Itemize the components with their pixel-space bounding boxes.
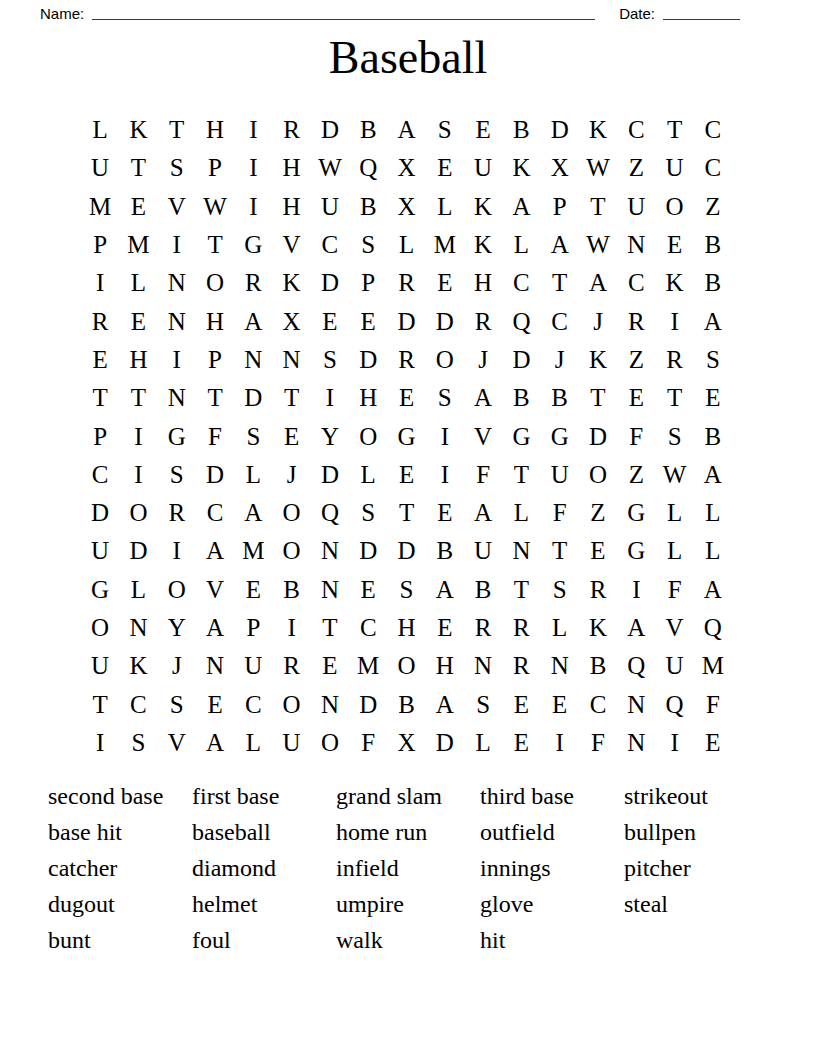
grid-cell: I [272, 609, 310, 647]
grid-cell: R [387, 264, 425, 302]
word-list-column-3: grand slamhome runinfieldumpirewalk [336, 778, 480, 958]
grid-cell: A [694, 571, 732, 609]
grid-cell: K [119, 111, 157, 149]
word-item: base hit [48, 814, 192, 850]
grid-cell: C [694, 149, 732, 187]
grid-cell: C [617, 111, 655, 149]
grid-cell: E [272, 417, 310, 455]
word-item: foul [192, 922, 336, 958]
grid-cell: P [81, 226, 119, 264]
grid-cell: Q [655, 685, 693, 723]
grid-cell: F [694, 685, 732, 723]
word-list-column-5: strikeoutbullpenpitchersteal [624, 778, 768, 958]
grid-cell: O [387, 647, 425, 685]
grid-cell: O [119, 494, 157, 532]
grid-cell: D [196, 456, 234, 494]
grid-cell: S [119, 724, 157, 762]
grid-cell: A [387, 111, 425, 149]
grid-cell: B [694, 226, 732, 264]
grid-cell: S [349, 226, 387, 264]
grid-cell: F [541, 494, 579, 532]
grid-cell: U [81, 647, 119, 685]
grid-cell: T [119, 149, 157, 187]
grid-cell: K [119, 647, 157, 685]
grid-cell: I [617, 571, 655, 609]
word-item: first base [192, 778, 336, 814]
word-list-column-2: first basebaseballdiamondhelmetfoul [192, 778, 336, 958]
grid-cell: O [426, 341, 464, 379]
grid-cell: L [119, 571, 157, 609]
grid-cell: R [234, 264, 272, 302]
grid-cell: E [426, 264, 464, 302]
grid-cell: R [387, 341, 425, 379]
grid-cell: A [196, 724, 234, 762]
grid-cell: E [655, 226, 693, 264]
grid-cell: U [617, 188, 655, 226]
grid-cell: A [426, 571, 464, 609]
grid-cell: K [464, 226, 502, 264]
grid-cell: I [234, 111, 272, 149]
grid-cell: U [81, 149, 119, 187]
grid-cell: S [541, 571, 579, 609]
grid-cell: N [158, 302, 196, 340]
name-blank-line [92, 5, 595, 20]
grid-cell: V [272, 226, 310, 264]
grid-cell: N [311, 685, 349, 723]
grid-cell: E [119, 188, 157, 226]
grid-cell: I [158, 226, 196, 264]
grid-cell: O [272, 532, 310, 570]
grid-cell: T [655, 379, 693, 417]
grid-cell: Z [694, 188, 732, 226]
grid-cell: A [617, 609, 655, 647]
grid-cell: G [617, 494, 655, 532]
grid-cell: A [196, 532, 234, 570]
grid-cell: L [694, 532, 732, 570]
grid-cell: D [349, 685, 387, 723]
grid-cell: C [119, 685, 157, 723]
grid-cell: H [196, 111, 234, 149]
grid-cell: D [387, 302, 425, 340]
grid-cell: N [617, 226, 655, 264]
grid-cell: Y [311, 417, 349, 455]
grid-cell: J [464, 341, 502, 379]
grid-cell: Q [617, 647, 655, 685]
word-item: catcher [48, 850, 192, 886]
grid-cell: B [502, 379, 540, 417]
grid-cell: E [426, 494, 464, 532]
grid-cell: C [694, 111, 732, 149]
grid-cell: F [464, 456, 502, 494]
grid-cell: O [579, 456, 617, 494]
grid-cell: L [655, 494, 693, 532]
grid-cell: E [617, 379, 655, 417]
grid-cell: W [579, 226, 617, 264]
grid-cell: C [196, 494, 234, 532]
grid-cell: P [541, 188, 579, 226]
grid-cell: D [426, 302, 464, 340]
grid-cell: L [502, 226, 540, 264]
grid-cell: B [694, 264, 732, 302]
grid-cell: Z [579, 494, 617, 532]
word-item: third base [480, 778, 624, 814]
grid-cell: E [579, 532, 617, 570]
grid-cell: X [387, 724, 425, 762]
grid-cell: A [426, 685, 464, 723]
grid-cell: N [272, 341, 310, 379]
word-item: dugout [48, 886, 192, 922]
word-item: grand slam [336, 778, 480, 814]
grid-cell: E [349, 302, 387, 340]
grid-cell: L [426, 188, 464, 226]
word-item: steal [624, 886, 768, 922]
grid-cell: T [541, 532, 579, 570]
word-item: bunt [48, 922, 192, 958]
grid-cell: B [272, 571, 310, 609]
grid-cell: Q [349, 149, 387, 187]
grid-cell: B [349, 188, 387, 226]
grid-cell: J [579, 302, 617, 340]
grid-cell: B [541, 379, 579, 417]
grid-cell: P [196, 149, 234, 187]
word-item: second base [48, 778, 192, 814]
grid-cell: U [541, 456, 579, 494]
grid-cell: T [502, 571, 540, 609]
grid-cell: N [158, 264, 196, 302]
grid-cell: P [196, 341, 234, 379]
grid-cell: T [502, 456, 540, 494]
grid-cell: P [234, 609, 272, 647]
grid-cell: I [426, 417, 464, 455]
grid-cell: Q [694, 609, 732, 647]
grid-cell: S [158, 149, 196, 187]
word-item: baseball [192, 814, 336, 850]
grid-cell: E [387, 456, 425, 494]
grid-cell: E [311, 302, 349, 340]
grid-cell: A [694, 456, 732, 494]
grid-cell: G [234, 226, 272, 264]
grid-cell: O [196, 264, 234, 302]
word-item: glove [480, 886, 624, 922]
grid-cell: D [426, 724, 464, 762]
grid-cell: E [694, 379, 732, 417]
grid-cell: Z [617, 341, 655, 379]
grid-cell: C [349, 609, 387, 647]
grid-cell: S [158, 456, 196, 494]
word-item: pitcher [624, 850, 768, 886]
grid-cell: O [272, 685, 310, 723]
grid-cell: X [387, 149, 425, 187]
grid-cell: S [464, 685, 502, 723]
grid-cell: M [234, 532, 272, 570]
grid-cell: T [119, 379, 157, 417]
grid-cell: E [196, 685, 234, 723]
grid-cell: I [426, 456, 464, 494]
grid-cell: C [311, 226, 349, 264]
grid-cell: D [349, 341, 387, 379]
grid-cell: Y [158, 609, 196, 647]
grid-cell: H [272, 188, 310, 226]
grid-cell: K [272, 264, 310, 302]
grid-cell: D [311, 111, 349, 149]
grid-cell: S [234, 417, 272, 455]
grid-cell: A [464, 379, 502, 417]
grid-cell: L [81, 111, 119, 149]
grid-cell: H [426, 647, 464, 685]
grid-cell: G [617, 532, 655, 570]
grid-cell: C [579, 685, 617, 723]
grid-cell: F [579, 724, 617, 762]
grid-cell: X [541, 149, 579, 187]
grid-cell: F [655, 571, 693, 609]
grid-cell: D [81, 494, 119, 532]
grid-cell: D [119, 532, 157, 570]
grid-cell: A [464, 494, 502, 532]
grid-cell: G [81, 571, 119, 609]
grid-cell: G [541, 417, 579, 455]
grid-cell: D [502, 341, 540, 379]
grid-cell: B [502, 111, 540, 149]
word-item: strikeout [624, 778, 768, 814]
grid-cell: E [234, 571, 272, 609]
grid-cell: O [81, 609, 119, 647]
grid-cell: S [387, 571, 425, 609]
grid-cell: T [579, 379, 617, 417]
grid-cell: N [464, 647, 502, 685]
grid-cell: H [119, 341, 157, 379]
grid-cell: H [196, 302, 234, 340]
grid-cell: O [311, 724, 349, 762]
grid-cell: R [81, 302, 119, 340]
grid-cell: Q [502, 302, 540, 340]
grid-cell: H [387, 609, 425, 647]
grid-cell: S [158, 685, 196, 723]
grid-cell: B [349, 111, 387, 149]
grid-cell: M [349, 647, 387, 685]
grid-cell: Z [617, 149, 655, 187]
grid-cell: D [234, 379, 272, 417]
grid-cell: U [81, 532, 119, 570]
grid-cell: K [502, 149, 540, 187]
grid-cell: W [196, 188, 234, 226]
grid-cell: V [196, 571, 234, 609]
grid-cell: T [81, 685, 119, 723]
grid-cell: R [464, 302, 502, 340]
grid-cell: I [311, 379, 349, 417]
grid-cell: G [502, 417, 540, 455]
grid-cell: W [579, 149, 617, 187]
grid-cell: T [541, 264, 579, 302]
grid-cell: X [272, 302, 310, 340]
grid-cell: R [272, 111, 310, 149]
grid-cell: R [655, 341, 693, 379]
grid-cell: L [655, 532, 693, 570]
grid-cell: T [272, 379, 310, 417]
grid-cell: E [426, 149, 464, 187]
grid-cell: J [158, 647, 196, 685]
grid-cell: C [81, 456, 119, 494]
grid-cell: O [158, 571, 196, 609]
grid-cell: L [234, 724, 272, 762]
grid-cell: W [655, 456, 693, 494]
grid-cell: B [579, 647, 617, 685]
grid-cell: L [502, 494, 540, 532]
grid-cell: R [464, 609, 502, 647]
grid-cell: E [541, 685, 579, 723]
grid-cell: N [311, 532, 349, 570]
grid-cell: L [119, 264, 157, 302]
grid-cell: A [234, 302, 272, 340]
grid-cell: W [311, 149, 349, 187]
header: Name: Date: [40, 5, 740, 22]
grid-cell: O [272, 494, 310, 532]
grid-cell: U [234, 647, 272, 685]
grid-cell: E [694, 724, 732, 762]
grid-cell: I [655, 724, 693, 762]
grid-cell: K [579, 341, 617, 379]
grid-cell: B [694, 417, 732, 455]
grid-cell: I [234, 188, 272, 226]
grid-cell: F [617, 417, 655, 455]
grid-cell: B [426, 532, 464, 570]
grid-cell: L [387, 226, 425, 264]
grid-cell: G [387, 417, 425, 455]
grid-cell: S [655, 417, 693, 455]
grid-cell: P [81, 417, 119, 455]
grid-cell: M [119, 226, 157, 264]
puzzle-title: Baseball [0, 30, 816, 85]
word-search-grid: LKTHIRDBASEBDKCTCUTSPIHWQXEUKXWZUCMEVWIH… [81, 111, 732, 762]
grid-cell: M [694, 647, 732, 685]
grid-cell: C [234, 685, 272, 723]
grid-cell: N [541, 647, 579, 685]
word-item: innings [480, 850, 624, 886]
grid-cell: U [311, 188, 349, 226]
grid-cell: P [349, 264, 387, 302]
grid-cell: U [464, 532, 502, 570]
word-item: home run [336, 814, 480, 850]
grid-cell: I [541, 724, 579, 762]
grid-cell: U [272, 724, 310, 762]
grid-cell: E [349, 571, 387, 609]
word-item: umpire [336, 886, 480, 922]
grid-cell: V [464, 417, 502, 455]
word-list: second basebase hitcatcherdugoutbuntfirs… [48, 778, 768, 958]
grid-cell: S [426, 111, 464, 149]
grid-cell: D [387, 532, 425, 570]
grid-cell: K [579, 609, 617, 647]
grid-cell: I [158, 532, 196, 570]
grid-cell: S [311, 341, 349, 379]
grid-cell: T [579, 188, 617, 226]
grid-cell: D [579, 417, 617, 455]
grid-cell: N [502, 532, 540, 570]
grid-cell: F [196, 417, 234, 455]
grid-cell: M [426, 226, 464, 264]
grid-cell: L [694, 494, 732, 532]
grid-cell: E [387, 379, 425, 417]
grid-cell: E [311, 647, 349, 685]
grid-cell: Z [617, 456, 655, 494]
word-item: outfield [480, 814, 624, 850]
date-blank-line [663, 5, 740, 20]
grid-cell: F [349, 724, 387, 762]
grid-cell: U [655, 149, 693, 187]
grid-cell: J [272, 456, 310, 494]
grid-cell: E [119, 302, 157, 340]
grid-cell: K [464, 188, 502, 226]
grid-cell: M [81, 188, 119, 226]
grid-cell: S [426, 379, 464, 417]
grid-cell: R [502, 609, 540, 647]
grid-cell: V [158, 724, 196, 762]
grid-cell: X [387, 188, 425, 226]
grid-cell: O [655, 188, 693, 226]
word-list-column-1: second basebase hitcatcherdugoutbunt [48, 778, 192, 958]
grid-cell: I [81, 724, 119, 762]
word-item: walk [336, 922, 480, 958]
grid-cell: Q [311, 494, 349, 532]
grid-cell: I [655, 302, 693, 340]
grid-cell: N [119, 609, 157, 647]
grid-cell: H [464, 264, 502, 302]
grid-cell: E [81, 341, 119, 379]
grid-cell: E [502, 685, 540, 723]
grid-cell: K [655, 264, 693, 302]
grid-cell: R [579, 571, 617, 609]
grid-cell: A [541, 226, 579, 264]
grid-cell: N [617, 685, 655, 723]
grid-cell: C [541, 302, 579, 340]
grid-cell: U [655, 647, 693, 685]
grid-cell: H [272, 149, 310, 187]
grid-cell: I [158, 341, 196, 379]
grid-cell: A [579, 264, 617, 302]
grid-cell: D [311, 264, 349, 302]
grid-cell: I [234, 149, 272, 187]
grid-cell: A [502, 188, 540, 226]
grid-cell: I [119, 417, 157, 455]
grid-cell: T [311, 609, 349, 647]
grid-cell: U [464, 149, 502, 187]
grid-cell: D [541, 111, 579, 149]
grid-cell: L [541, 609, 579, 647]
grid-cell: D [349, 532, 387, 570]
grid-cell: R [158, 494, 196, 532]
grid-cell: K [579, 111, 617, 149]
grid-cell: E [502, 724, 540, 762]
grid-cell: R [617, 302, 655, 340]
grid-cell: N [234, 341, 272, 379]
grid-cell: I [81, 264, 119, 302]
grid-cell: T [387, 494, 425, 532]
word-item: helmet [192, 886, 336, 922]
grid-cell: V [655, 609, 693, 647]
grid-cell: C [502, 264, 540, 302]
word-list-column-4: third baseoutfieldinningsglovehit [480, 778, 624, 958]
word-item: infield [336, 850, 480, 886]
grid-cell: B [464, 571, 502, 609]
grid-cell: A [196, 609, 234, 647]
grid-cell: A [234, 494, 272, 532]
grid-cell: V [158, 188, 196, 226]
grid-cell: E [464, 111, 502, 149]
grid-cell: R [272, 647, 310, 685]
grid-cell: N [311, 571, 349, 609]
grid-cell: T [196, 379, 234, 417]
grid-cell: D [311, 456, 349, 494]
grid-cell: T [196, 226, 234, 264]
